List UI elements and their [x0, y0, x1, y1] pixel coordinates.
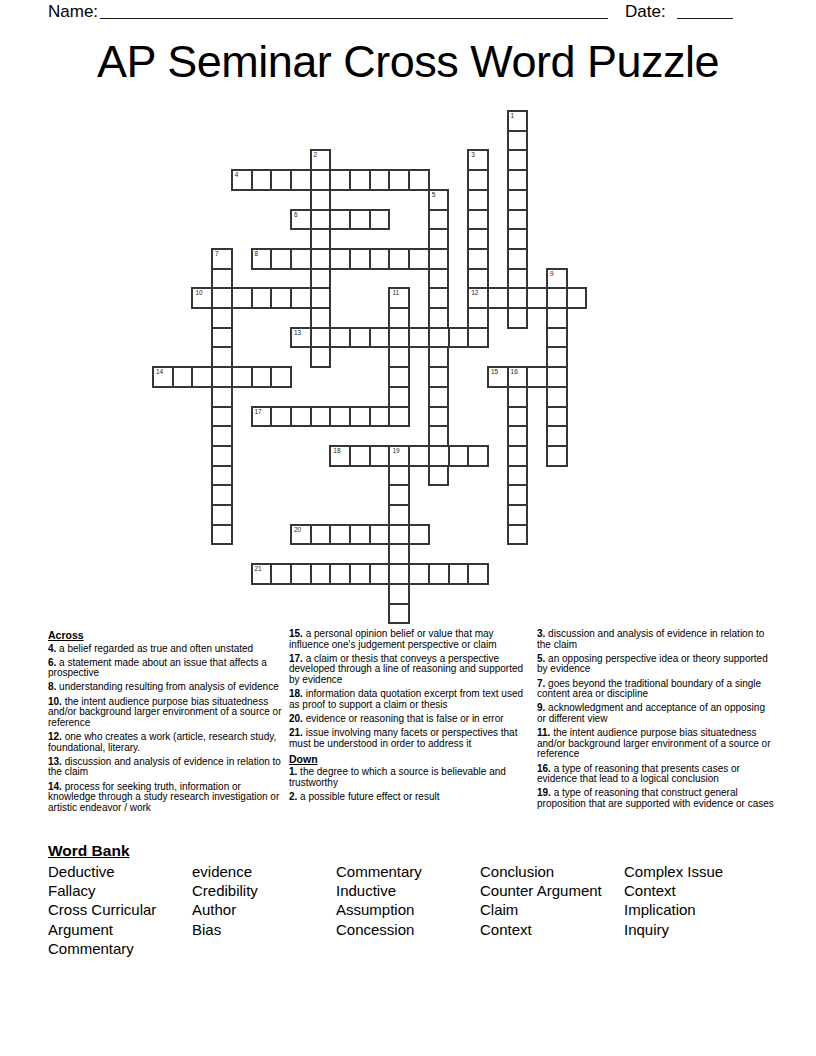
cell-r15c20[interactable]	[546, 406, 568, 428]
word-bank-item: Fallacy	[48, 881, 192, 900]
cell-r9c14[interactable]	[428, 287, 450, 309]
cell-r10c12[interactable]	[388, 307, 410, 329]
cell-r16c18[interactable]	[507, 425, 529, 447]
name-input-line[interactable]	[100, 2, 608, 19]
cell-r21c7[interactable]: 20	[290, 524, 312, 546]
cell-r20c18[interactable]	[507, 504, 529, 526]
cell-r4c18[interactable]	[507, 189, 529, 211]
cell-r23c14[interactable]	[428, 563, 450, 585]
cell-r2c16[interactable]: 3	[467, 149, 489, 171]
cell-r18c3[interactable]	[211, 465, 233, 487]
cell-r15c9[interactable]	[329, 406, 351, 428]
cell-r17c18[interactable]	[507, 445, 529, 467]
cell-r3c8[interactable]	[310, 169, 332, 191]
cell-r7c7[interactable]	[290, 248, 312, 270]
cell-r23c11[interactable]	[369, 563, 391, 585]
cell-r21c9[interactable]	[329, 524, 351, 546]
cell-r7c3[interactable]: 7	[211, 248, 233, 270]
cell-number: 2	[314, 151, 318, 159]
word-bank-item: Bias	[192, 920, 336, 939]
clue-across-21: 21. issue involving many facets or persp…	[289, 728, 528, 749]
cell-r21c3[interactable]	[211, 524, 233, 546]
cell-r3c18[interactable]	[507, 169, 529, 191]
cell-r5c16[interactable]	[467, 209, 489, 231]
cell-r23c13[interactable]	[408, 563, 430, 585]
clue-down-19: 19. a type of reasoning that construct g…	[537, 788, 776, 809]
cell-r7c8[interactable]	[310, 248, 332, 270]
cell-r7c11[interactable]	[369, 248, 391, 270]
cell-r17c3[interactable]	[211, 445, 233, 467]
clue-across-12: 12. one who creates a work (article, res…	[48, 732, 287, 753]
cell-r3c13[interactable]	[408, 169, 430, 191]
cell-r6c8[interactable]	[310, 228, 332, 250]
cell-number: 1	[511, 112, 515, 120]
cell-r10c14[interactable]	[428, 307, 450, 329]
cell-r10c3[interactable]	[211, 307, 233, 329]
clue-down-9: 9. acknowledgment and acceptance of an o…	[537, 703, 776, 724]
cell-r5c14[interactable]	[428, 209, 450, 231]
cell-r23c12[interactable]	[388, 563, 410, 585]
cell-r15c5[interactable]: 17	[251, 406, 273, 428]
clue-down-11: 11. the intent audience purpose bias sit…	[537, 728, 776, 760]
cell-r9c19[interactable]	[526, 287, 548, 309]
cell-r7c13[interactable]	[408, 248, 430, 270]
clue-across-4: 4. a belief regarded as true and often u…	[48, 644, 287, 655]
cell-r2c8[interactable]: 2	[310, 149, 332, 171]
clue-across-15: 15. a personal opinion belief or value t…	[289, 629, 528, 650]
word-bank-item: evidence	[192, 862, 336, 881]
cell-r15c18[interactable]	[507, 406, 529, 428]
cell-r8c8[interactable]	[310, 268, 332, 290]
word-bank-item: Concession	[336, 920, 480, 939]
cell-r2c18[interactable]	[507, 149, 529, 171]
cell-r13c12[interactable]	[388, 366, 410, 388]
cell-r14c12[interactable]	[388, 386, 410, 408]
page-title: AP Seminar Cross Word Puzzle	[0, 36, 816, 88]
cell-r14c3[interactable]	[211, 386, 233, 408]
clue-down-7: 7. goes beyond the traditional boundary …	[537, 679, 776, 700]
word-bank-item: Assumption	[336, 900, 480, 919]
cell-r15c11[interactable]	[369, 406, 391, 428]
cell-r19c12[interactable]	[388, 484, 410, 506]
clues-column-2: 15. a personal opinion belief or value t…	[289, 629, 528, 806]
clue-across-13: 13. discussion and analysis of evidence …	[48, 757, 287, 778]
cell-r11c3[interactable]	[211, 327, 233, 349]
cell-r16c3[interactable]	[211, 425, 233, 447]
cell-r9c6[interactable]	[270, 287, 292, 309]
clue-across-17: 17. a claim or thesis that conveys a per…	[289, 654, 528, 686]
cell-r8c18[interactable]	[507, 268, 529, 290]
cell-r14c14[interactable]	[428, 386, 450, 408]
cell-r11c14[interactable]	[428, 327, 450, 349]
cell-number: 18	[333, 447, 340, 455]
cell-r13c2[interactable]	[191, 366, 213, 388]
cell-r10c18[interactable]	[507, 307, 529, 329]
cell-r7c12[interactable]	[388, 248, 410, 270]
clue-across-14: 14. process for seeking truth, informati…	[48, 782, 287, 814]
cell-r14c18[interactable]	[507, 386, 529, 408]
cell-r22c12[interactable]	[388, 543, 410, 565]
word-bank: DeductiveFallacyCross CurricularArgument…	[48, 862, 772, 958]
word-bank-item: Conclusion	[480, 862, 624, 881]
cell-r10c20[interactable]	[546, 307, 568, 329]
cell-r17c13[interactable]	[408, 445, 430, 467]
word-bank-column-5: Complex IssueContextImplicationInquiry	[624, 862, 768, 958]
cell-r9c16[interactable]: 12	[467, 287, 489, 309]
cell-r21c18[interactable]	[507, 524, 529, 546]
cell-r13c5[interactable]	[251, 366, 273, 388]
cell-r7c9[interactable]	[329, 248, 351, 270]
cell-r13c14[interactable]	[428, 366, 450, 388]
date-label: Date:	[625, 2, 666, 22]
clue-across-18: 18. information data quotation excerpt f…	[289, 689, 528, 710]
clue-across-20: 20. evidence or reasoning that is false …	[289, 714, 528, 725]
cell-r6c14[interactable]	[428, 228, 450, 250]
cell-r7c14[interactable]	[428, 248, 450, 270]
cell-r10c8[interactable]	[310, 307, 332, 329]
cell-r3c10[interactable]	[349, 169, 371, 191]
clue-down-2: 2. a possible future effect or result	[289, 792, 528, 803]
word-bank-item: Context	[480, 920, 624, 939]
name-label: Name:	[48, 2, 98, 22]
cell-r20c12[interactable]	[388, 504, 410, 526]
word-bank-item: Context	[624, 881, 768, 900]
cell-r11c16[interactable]	[467, 327, 489, 349]
cell-r9c12[interactable]: 11	[388, 287, 410, 309]
clue-down-3: 3. discussion and analysis of evidence i…	[537, 629, 776, 650]
cell-number: 17	[255, 408, 262, 416]
cell-r14c20[interactable]	[546, 386, 568, 408]
cell-r11c10[interactable]	[349, 327, 371, 349]
cell-r12c3[interactable]	[211, 346, 233, 368]
cell-number: 9	[550, 270, 554, 278]
cell-r9c21[interactable]	[566, 287, 588, 309]
cell-r17c10[interactable]	[349, 445, 371, 467]
cell-number: 12	[471, 289, 478, 297]
cell-r9c18[interactable]	[507, 287, 529, 309]
cell-r10c16[interactable]	[467, 307, 489, 329]
cell-r23c9[interactable]	[329, 563, 351, 585]
word-bank-item: Counter Argument	[480, 881, 624, 900]
word-bank-item: Commentary	[336, 862, 480, 881]
cell-r9c8[interactable]	[310, 287, 332, 309]
cell-r17c12[interactable]: 19	[388, 445, 410, 467]
cell-r15c12[interactable]	[388, 406, 410, 428]
worksheet-page: Name: Date: AP Seminar Cross Word Puzzle…	[0, 0, 816, 1056]
clue-down-1: 1. the degree to which a source is belie…	[289, 767, 528, 788]
cell-r13c6[interactable]	[270, 366, 292, 388]
cell-r23c7[interactable]	[290, 563, 312, 585]
cell-r23c6[interactable]	[270, 563, 292, 585]
word-bank-item: Inductive	[336, 881, 480, 900]
cell-number: 4	[235, 171, 239, 179]
cell-r9c2[interactable]: 10	[191, 287, 213, 309]
cell-r21c11[interactable]	[369, 524, 391, 546]
cell-r20c3[interactable]	[211, 504, 233, 526]
cell-number: 20	[294, 526, 301, 534]
header: Name: Date:	[48, 2, 776, 24]
word-bank-column-2: evidenceCredibilityAuthorBias	[192, 862, 336, 958]
crossword-grid: 123456789101112131415161718192021	[152, 110, 589, 626]
cell-r13c19[interactable]	[526, 366, 548, 388]
cell-r19c18[interactable]	[507, 484, 529, 506]
cell-r5c18[interactable]	[507, 209, 529, 231]
word-bank-item: Cross Curricular	[48, 900, 192, 919]
word-bank-item: Deductive	[48, 862, 192, 881]
word-bank-item: Commentary	[48, 939, 192, 958]
cell-r9c3[interactable]	[211, 287, 233, 309]
cell-r15c14[interactable]	[428, 406, 450, 428]
cell-r3c16[interactable]	[467, 169, 489, 191]
word-bank-item: Claim	[480, 900, 624, 919]
word-bank-column-3: CommentaryInductiveAssumptionConcession	[336, 862, 480, 958]
word-bank-column-1: DeductiveFallacyCross CurricularArgument…	[48, 862, 192, 958]
cell-r13c1[interactable]	[172, 366, 194, 388]
cell-r9c20[interactable]	[546, 287, 568, 309]
cell-r23c8[interactable]	[310, 563, 332, 585]
cell-r3c9[interactable]	[329, 169, 351, 191]
word-bank-item: Argument	[48, 920, 192, 939]
cell-r3c4[interactable]: 4	[231, 169, 253, 191]
cell-r13c4[interactable]	[231, 366, 253, 388]
cell-r15c7[interactable]	[290, 406, 312, 428]
cell-r16c20[interactable]	[546, 425, 568, 447]
cell-number: 6	[294, 211, 298, 219]
cell-r11c7[interactable]: 13	[290, 327, 312, 349]
cell-r12c12[interactable]	[388, 346, 410, 368]
word-bank-item: Author	[192, 900, 336, 919]
clue-down-5: 5. an opposing perspective idea or theor…	[537, 654, 776, 675]
cell-r6c18[interactable]	[507, 228, 529, 250]
cell-r6c16[interactable]	[467, 228, 489, 250]
cell-r18c12[interactable]	[388, 465, 410, 487]
cell-r5c7[interactable]: 6	[290, 209, 312, 231]
cell-r16c14[interactable]	[428, 425, 450, 447]
cell-r17c11[interactable]	[369, 445, 391, 467]
cell-r4c14[interactable]: 5	[428, 189, 450, 211]
word-bank-column-4: ConclusionCounter ArgumentClaimContext	[480, 862, 624, 958]
cell-r5c10[interactable]	[349, 209, 371, 231]
cell-r8c3[interactable]	[211, 268, 233, 290]
clue-across-6: 6. a statement made about an issue that …	[48, 658, 287, 679]
cell-number: 14	[156, 368, 163, 376]
cell-r11c20[interactable]	[546, 327, 568, 349]
cell-r18c18[interactable]	[507, 465, 529, 487]
cell-r8c14[interactable]	[428, 268, 450, 290]
cell-r7c10[interactable]	[349, 248, 371, 270]
cell-r4c8[interactable]	[310, 189, 332, 211]
clue-down-16: 16. a type of reasoning that presents ca…	[537, 764, 776, 785]
clue-across-8: 8. understanding resulting from analysis…	[48, 682, 287, 693]
cell-r13c0[interactable]: 14	[152, 366, 174, 388]
cell-number: 13	[294, 329, 301, 337]
cell-r12c8[interactable]	[310, 346, 332, 368]
clues-column-3: 3. discussion and analysis of evidence i…	[537, 629, 776, 813]
word-bank-heading: Word Bank	[48, 842, 130, 860]
cell-r11c11[interactable]	[369, 327, 391, 349]
word-bank-item: Credibility	[192, 881, 336, 900]
cell-number: 16	[511, 368, 518, 376]
cell-r21c10[interactable]	[349, 524, 371, 546]
cell-r12c14[interactable]	[428, 346, 450, 368]
cell-number: 3	[471, 151, 475, 159]
cell-r21c8[interactable]	[310, 524, 332, 546]
cell-r23c15[interactable]	[448, 563, 470, 585]
cell-r5c9[interactable]	[329, 209, 351, 231]
cell-r12c20[interactable]	[546, 346, 568, 368]
cell-r11c9[interactable]	[329, 327, 351, 349]
cell-r5c8[interactable]	[310, 209, 332, 231]
cell-r3c5[interactable]	[251, 169, 273, 191]
cell-r13c3[interactable]	[211, 366, 233, 388]
word-bank-item: Complex Issue	[624, 862, 768, 881]
clue-across-10: 10. the intent audience purpose bias sit…	[48, 697, 287, 729]
cell-r4c16[interactable]	[467, 189, 489, 211]
cell-r17c14[interactable]	[428, 445, 450, 467]
date-input-line[interactable]	[677, 2, 733, 19]
cell-r23c16[interactable]	[467, 563, 489, 585]
word-bank-item: Inquiry	[624, 920, 768, 939]
cell-r11c15[interactable]	[448, 327, 470, 349]
cell-r17c15[interactable]	[448, 445, 470, 467]
cell-r15c10[interactable]	[349, 406, 371, 428]
cell-r21c12[interactable]	[388, 524, 410, 546]
cell-number: 7	[215, 250, 219, 258]
cell-r13c18[interactable]: 16	[507, 366, 529, 388]
cell-r24c12[interactable]	[388, 583, 410, 605]
clues-column-1: Across4. a belief regarded as true and o…	[48, 629, 287, 817]
cell-r5c11[interactable]	[369, 209, 391, 231]
cell-number: 19	[392, 447, 399, 455]
cell-r11c8[interactable]	[310, 327, 332, 349]
cell-r18c14[interactable]	[428, 465, 450, 487]
cell-r1c18[interactable]	[507, 130, 529, 152]
cell-r15c8[interactable]	[310, 406, 332, 428]
cell-r13c17[interactable]: 15	[487, 366, 509, 388]
cell-r11c13[interactable]	[408, 327, 430, 349]
cell-r25c12[interactable]	[388, 603, 410, 625]
cell-number: 21	[255, 565, 262, 573]
cell-r9c7[interactable]	[290, 287, 312, 309]
cell-r17c20[interactable]	[546, 445, 568, 467]
cell-r3c11[interactable]	[369, 169, 391, 191]
cell-number: 5	[432, 191, 436, 199]
cell-number: 15	[491, 368, 498, 376]
cell-number: 8	[255, 250, 259, 258]
cell-r8c20[interactable]: 9	[546, 268, 568, 290]
across-heading: Across	[48, 629, 287, 641]
cell-r15c6[interactable]	[270, 406, 292, 428]
cell-r21c13[interactable]	[408, 524, 430, 546]
cell-r0c18[interactable]: 1	[507, 110, 529, 132]
cell-r15c3[interactable]	[211, 406, 233, 428]
cell-r19c3[interactable]	[211, 484, 233, 506]
cell-r3c6[interactable]	[270, 169, 292, 191]
cell-r3c7[interactable]	[290, 169, 312, 191]
cell-r9c4[interactable]	[231, 287, 253, 309]
cell-r11c12[interactable]	[388, 327, 410, 349]
cell-r8c16[interactable]	[467, 268, 489, 290]
cell-r7c16[interactable]	[467, 248, 489, 270]
cell-r9c17[interactable]	[487, 287, 509, 309]
down-heading: Down	[289, 753, 528, 765]
cell-r17c9[interactable]: 18	[329, 445, 351, 467]
cell-number: 10	[195, 289, 202, 297]
cell-r9c5[interactable]	[251, 287, 273, 309]
word-bank-item: Implication	[624, 900, 768, 919]
cell-r13c20[interactable]	[546, 366, 568, 388]
cell-r3c12[interactable]	[388, 169, 410, 191]
cell-r7c6[interactable]	[270, 248, 292, 270]
cell-r23c5[interactable]: 21	[251, 563, 273, 585]
cell-r7c5[interactable]: 8	[251, 248, 273, 270]
cell-r17c16[interactable]	[467, 445, 489, 467]
cell-r23c10[interactable]	[349, 563, 371, 585]
cell-r7c18[interactable]	[507, 248, 529, 270]
cell-number: 11	[392, 289, 399, 297]
